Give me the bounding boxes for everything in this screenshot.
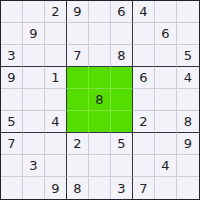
- cell-r7c9[interactable]: 9: [177, 133, 199, 155]
- cell-r7c5[interactable]: [89, 133, 111, 155]
- cell-r6c9[interactable]: 8: [177, 111, 199, 133]
- cell-r7c4[interactable]: 2: [67, 133, 89, 155]
- cell-r9c4[interactable]: 8: [67, 177, 89, 199]
- cell-r4c9[interactable]: 4: [177, 67, 199, 89]
- cell-r3c4[interactable]: 7: [67, 45, 89, 67]
- cell-r8c2[interactable]: 3: [23, 155, 45, 177]
- cell-r2c6[interactable]: [111, 23, 133, 45]
- cell-r2c8[interactable]: 6: [155, 23, 177, 45]
- cell-r8c5[interactable]: [89, 155, 111, 177]
- sudoku-board: 29649637859164854287259349837: [0, 0, 200, 200]
- cell-r8c1[interactable]: [1, 155, 23, 177]
- cell-r2c4[interactable]: [67, 23, 89, 45]
- cell-r1c8[interactable]: [155, 1, 177, 23]
- cell-r7c2[interactable]: [23, 133, 45, 155]
- cell-r8c3[interactable]: [45, 155, 67, 177]
- cell-r7c1[interactable]: 7: [1, 133, 23, 155]
- cell-r5c4[interactable]: [67, 89, 89, 111]
- cell-r6c1[interactable]: 5: [1, 111, 23, 133]
- cell-r8c6[interactable]: [111, 155, 133, 177]
- cell-r9c8[interactable]: [155, 177, 177, 199]
- cell-r1c6[interactable]: 6: [111, 1, 133, 23]
- cell-r8c8[interactable]: 4: [155, 155, 177, 177]
- cell-r9c5[interactable]: [89, 177, 111, 199]
- cell-r3c1[interactable]: 3: [1, 45, 23, 67]
- cell-r2c3[interactable]: [45, 23, 67, 45]
- cell-r1c1[interactable]: [1, 1, 23, 23]
- cell-r4c7[interactable]: 6: [133, 67, 155, 89]
- cell-r5c1[interactable]: [1, 89, 23, 111]
- cell-r6c4[interactable]: [67, 111, 89, 133]
- cell-r6c8[interactable]: [155, 111, 177, 133]
- cell-r3c3[interactable]: [45, 45, 67, 67]
- cell-r1c4[interactable]: 9: [67, 1, 89, 23]
- cell-r6c5[interactable]: [89, 111, 111, 133]
- cell-r1c2[interactable]: [23, 1, 45, 23]
- cell-r3c8[interactable]: [155, 45, 177, 67]
- cell-r8c9[interactable]: [177, 155, 199, 177]
- cell-r6c2[interactable]: [23, 111, 45, 133]
- cell-r7c3[interactable]: [45, 133, 67, 155]
- cell-r4c3[interactable]: 1: [45, 67, 67, 89]
- cell-r8c7[interactable]: [133, 155, 155, 177]
- cell-r9c7[interactable]: 7: [133, 177, 155, 199]
- cell-r7c6[interactable]: 5: [111, 133, 133, 155]
- cell-r9c6[interactable]: 3: [111, 177, 133, 199]
- cell-r4c8[interactable]: [155, 67, 177, 89]
- cell-r9c1[interactable]: [1, 177, 23, 199]
- cell-r6c3[interactable]: 4: [45, 111, 67, 133]
- cell-r9c3[interactable]: 9: [45, 177, 67, 199]
- cell-r1c3[interactable]: 2: [45, 1, 67, 23]
- cell-r5c5[interactable]: 8: [89, 89, 111, 111]
- cell-r6c6[interactable]: [111, 111, 133, 133]
- cell-r9c9[interactable]: [177, 177, 199, 199]
- cell-r7c7[interactable]: [133, 133, 155, 155]
- cell-r2c5[interactable]: [89, 23, 111, 45]
- cell-r5c6[interactable]: [111, 89, 133, 111]
- cell-r4c2[interactable]: [23, 67, 45, 89]
- cell-r8c4[interactable]: [67, 155, 89, 177]
- cell-r3c6[interactable]: 8: [111, 45, 133, 67]
- cell-r4c5[interactable]: [89, 67, 111, 89]
- cell-r5c7[interactable]: [133, 89, 155, 111]
- cell-r3c7[interactable]: [133, 45, 155, 67]
- cell-r1c9[interactable]: [177, 1, 199, 23]
- cell-r1c5[interactable]: [89, 1, 111, 23]
- cell-r4c4[interactable]: [67, 67, 89, 89]
- cell-r2c1[interactable]: [1, 23, 23, 45]
- cell-r2c7[interactable]: [133, 23, 155, 45]
- cell-r5c2[interactable]: [23, 89, 45, 111]
- cell-r4c6[interactable]: [111, 67, 133, 89]
- cell-r2c9[interactable]: [177, 23, 199, 45]
- cell-r2c2[interactable]: 9: [23, 23, 45, 45]
- cell-r5c8[interactable]: [155, 89, 177, 111]
- cell-r3c9[interactable]: 5: [177, 45, 199, 67]
- cell-r1c7[interactable]: 4: [133, 1, 155, 23]
- cell-r3c2[interactable]: [23, 45, 45, 67]
- cell-r5c9[interactable]: [177, 89, 199, 111]
- cell-r4c1[interactable]: 9: [1, 67, 23, 89]
- cell-r5c3[interactable]: [45, 89, 67, 111]
- cell-r9c2[interactable]: [23, 177, 45, 199]
- cell-r7c8[interactable]: [155, 133, 177, 155]
- cell-r6c7[interactable]: 2: [133, 111, 155, 133]
- cell-r3c5[interactable]: [89, 45, 111, 67]
